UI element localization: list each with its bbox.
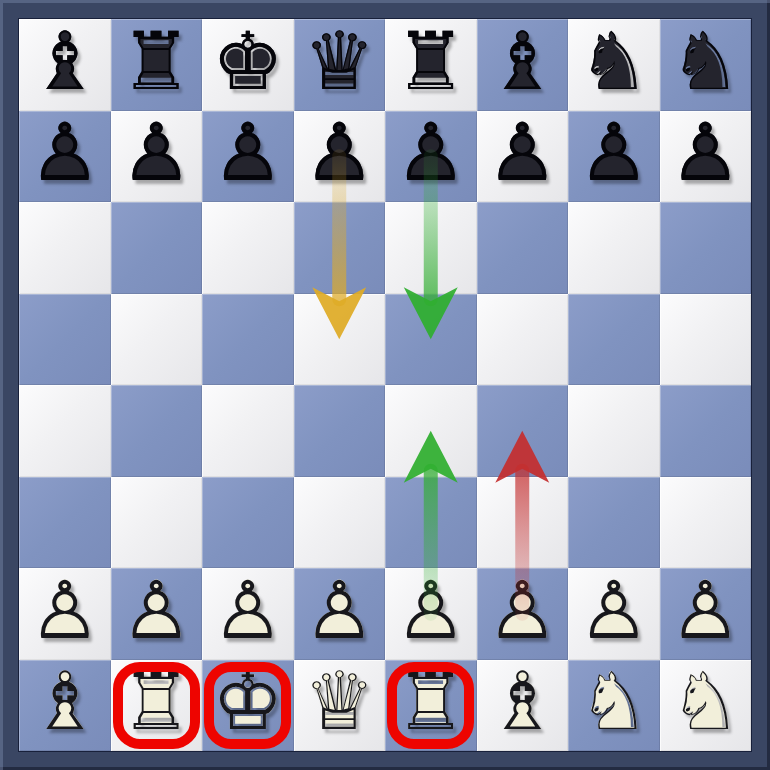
black-pawn: ♟♙ [391,116,471,196]
square-h6[interactable] [660,202,752,294]
white-knight: ♞♘ [574,665,654,745]
square-a2[interactable]: ♟♙ [19,568,111,660]
black-pawn: ♟♙ [665,116,745,196]
square-a4[interactable] [19,385,111,477]
square-h3[interactable] [660,477,752,569]
black-queen: ♛♕ [299,25,379,105]
square-f6[interactable] [477,202,569,294]
square-f2[interactable]: ♟♙ [477,568,569,660]
square-e3[interactable] [385,477,477,569]
square-f1[interactable]: ♝♗ [477,660,569,752]
black-rook: ♜♖ [116,25,196,105]
square-e2[interactable]: ♟♙ [385,568,477,660]
square-a7[interactable]: ♟♙ [19,111,111,203]
square-c2[interactable]: ♟♙ [202,568,294,660]
white-pawn: ♟♙ [574,574,654,654]
square-a8[interactable]: ♝♗ [19,19,111,111]
square-g5[interactable] [568,294,660,386]
square-c6[interactable] [202,202,294,294]
square-e8[interactable]: ♜♖ [385,19,477,111]
black-pawn: ♟♙ [482,116,562,196]
white-knight: ♞♘ [665,665,745,745]
square-h2[interactable]: ♟♙ [660,568,752,660]
white-pawn: ♟♙ [665,574,745,654]
square-b3[interactable] [111,477,203,569]
square-b6[interactable] [111,202,203,294]
square-g3[interactable] [568,477,660,569]
black-knight: ♞♘ [665,25,745,105]
square-d6[interactable] [294,202,386,294]
square-f3[interactable] [477,477,569,569]
square-a3[interactable] [19,477,111,569]
square-f5[interactable] [477,294,569,386]
black-king: ♚♔ [208,25,288,105]
square-g1[interactable]: ♞♘ [568,660,660,752]
square-c4[interactable] [202,385,294,477]
square-d2[interactable]: ♟♙ [294,568,386,660]
white-bishop: ♝♗ [25,665,105,745]
square-h4[interactable] [660,385,752,477]
square-c7[interactable]: ♟♙ [202,111,294,203]
square-b7[interactable]: ♟♙ [111,111,203,203]
square-d8[interactable]: ♛♕ [294,19,386,111]
square-d4[interactable] [294,385,386,477]
square-b5[interactable] [111,294,203,386]
black-pawn: ♟♙ [299,116,379,196]
square-g2[interactable]: ♟♙ [568,568,660,660]
square-f8[interactable]: ♝♗ [477,19,569,111]
square-a5[interactable] [19,294,111,386]
square-e4[interactable] [385,385,477,477]
square-f7[interactable]: ♟♙ [477,111,569,203]
square-c1[interactable]: ♚♔ [202,660,294,752]
square-b4[interactable] [111,385,203,477]
square-b1[interactable]: ♜♖ [111,660,203,752]
square-a6[interactable] [19,202,111,294]
white-pawn: ♟♙ [25,574,105,654]
black-rook: ♜♖ [391,25,471,105]
white-pawn: ♟♙ [299,574,379,654]
square-a1[interactable]: ♝♗ [19,660,111,752]
square-c8[interactable]: ♚♔ [202,19,294,111]
square-d7[interactable]: ♟♙ [294,111,386,203]
square-c3[interactable] [202,477,294,569]
white-rook: ♜♖ [116,665,196,745]
black-pawn: ♟♙ [116,116,196,196]
white-queen: ♛♕ [299,665,379,745]
black-pawn: ♟♙ [25,116,105,196]
board-frame: ♝♗♜♖♚♔♛♕♜♖♝♗♞♘♞♘♟♙♟♙♟♙♟♙♟♙♟♙♟♙♟♙♟♙♟♙♟♙♟♙… [0,0,770,770]
square-e1[interactable]: ♜♖ [385,660,477,752]
board-wrap: ♝♗♜♖♚♔♛♕♜♖♝♗♞♘♞♘♟♙♟♙♟♙♟♙♟♙♟♙♟♙♟♙♟♙♟♙♟♙♟♙… [19,19,751,751]
square-d5[interactable] [294,294,386,386]
square-d1[interactable]: ♛♕ [294,660,386,752]
square-g8[interactable]: ♞♘ [568,19,660,111]
square-g7[interactable]: ♟♙ [568,111,660,203]
black-pawn: ♟♙ [574,116,654,196]
square-d3[interactable] [294,477,386,569]
square-b2[interactable]: ♟♙ [111,568,203,660]
square-e5[interactable] [385,294,477,386]
square-g6[interactable] [568,202,660,294]
square-h1[interactable]: ♞♘ [660,660,752,752]
white-pawn: ♟♙ [208,574,288,654]
square-e6[interactable] [385,202,477,294]
black-knight: ♞♘ [574,25,654,105]
square-b8[interactable]: ♜♖ [111,19,203,111]
black-bishop: ♝♗ [482,25,562,105]
square-g4[interactable] [568,385,660,477]
chess-board: ♝♗♜♖♚♔♛♕♜♖♝♗♞♘♞♘♟♙♟♙♟♙♟♙♟♙♟♙♟♙♟♙♟♙♟♙♟♙♟♙… [19,19,751,751]
white-pawn: ♟♙ [116,574,196,654]
white-pawn: ♟♙ [482,574,562,654]
square-h5[interactable] [660,294,752,386]
square-e7[interactable]: ♟♙ [385,111,477,203]
square-f4[interactable] [477,385,569,477]
white-pawn: ♟♙ [391,574,471,654]
square-h8[interactable]: ♞♘ [660,19,752,111]
black-bishop: ♝♗ [25,25,105,105]
black-pawn: ♟♙ [208,116,288,196]
white-king: ♚♔ [208,665,288,745]
white-rook: ♜♖ [391,665,471,745]
square-h7[interactable]: ♟♙ [660,111,752,203]
white-bishop: ♝♗ [482,665,562,745]
square-c5[interactable] [202,294,294,386]
